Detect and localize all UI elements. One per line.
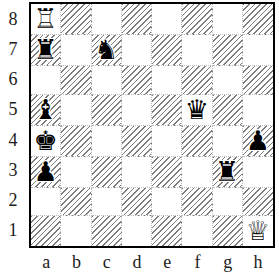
square-c1 — [92, 216, 122, 246]
square-f4 — [182, 126, 212, 157]
square-f1 — [182, 216, 212, 246]
square-g6 — [213, 66, 243, 95]
square-h2 — [243, 188, 273, 217]
square-h6 — [243, 66, 273, 95]
square-g2 — [213, 188, 243, 217]
rank-label-4: 4 — [0, 125, 26, 155]
file-label-e: e — [152, 249, 182, 275]
square-f3 — [182, 157, 212, 188]
square-d1 — [122, 216, 152, 246]
rank-label-1: 1 — [0, 216, 26, 246]
square-a2 — [31, 188, 61, 217]
square-a4: ♚ — [31, 126, 61, 157]
rank-label-7: 7 — [0, 34, 26, 64]
square-b6 — [61, 66, 91, 95]
square-g7 — [213, 35, 243, 66]
chess-diagram: 87654321 ♖♜♞♝♛♚♟♟♜♕ abcdefgh — [0, 0, 279, 279]
square-d5 — [122, 95, 152, 126]
square-e6 — [152, 66, 182, 95]
square-c4 — [92, 126, 122, 157]
square-h8 — [243, 4, 273, 35]
piece-white-rook: ♖ — [34, 4, 58, 34]
file-label-b: b — [61, 249, 91, 275]
rank-label-6: 6 — [0, 65, 26, 95]
square-e2 — [152, 188, 182, 217]
square-a7: ♜ — [31, 35, 61, 66]
square-b5 — [61, 95, 91, 126]
square-b7 — [61, 35, 91, 66]
file-label-d: d — [122, 249, 152, 275]
square-g3: ♜ — [213, 157, 243, 188]
file-labels: abcdefgh — [31, 249, 273, 275]
square-h7 — [243, 35, 273, 66]
square-e4 — [152, 126, 182, 157]
square-d8 — [122, 4, 152, 35]
square-h1: ♕ — [243, 216, 273, 246]
square-c8 — [92, 4, 122, 35]
square-a6 — [31, 66, 61, 95]
piece-black-pawn: ♟ — [246, 126, 270, 156]
square-a8: ♖ — [31, 4, 61, 35]
file-label-a: a — [31, 249, 61, 275]
square-h4: ♟ — [243, 126, 273, 157]
file-label-c: c — [92, 249, 122, 275]
piece-black-knight: ♞ — [94, 35, 118, 65]
square-f7 — [182, 35, 212, 66]
square-a1 — [31, 216, 61, 246]
square-d3 — [122, 157, 152, 188]
piece-black-rook: ♜ — [215, 157, 239, 187]
square-e3 — [152, 157, 182, 188]
square-c3 — [92, 157, 122, 188]
square-e8 — [152, 4, 182, 35]
square-c5 — [92, 95, 122, 126]
square-d4 — [122, 126, 152, 157]
square-b2 — [61, 188, 91, 217]
rank-label-2: 2 — [0, 186, 26, 216]
piece-black-rook: ♜ — [34, 35, 58, 65]
square-g8 — [213, 4, 243, 35]
square-c7: ♞ — [92, 35, 122, 66]
file-label-f: f — [182, 249, 212, 275]
piece-black-bishop: ♝ — [34, 95, 58, 125]
piece-white-queen: ♕ — [246, 216, 270, 246]
square-b3 — [61, 157, 91, 188]
piece-black-king: ♚ — [34, 126, 58, 156]
file-label-h: h — [243, 249, 273, 275]
square-a3: ♟ — [31, 157, 61, 188]
square-h3 — [243, 157, 273, 188]
square-a5: ♝ — [31, 95, 61, 126]
square-f5: ♛ — [182, 95, 212, 126]
square-g5 — [213, 95, 243, 126]
square-d6 — [122, 66, 152, 95]
square-d2 — [122, 188, 152, 217]
square-g1 — [213, 216, 243, 246]
piece-black-pawn: ♟ — [34, 157, 58, 187]
square-b1 — [61, 216, 91, 246]
square-d7 — [122, 35, 152, 66]
square-f2 — [182, 188, 212, 217]
rank-label-3: 3 — [0, 155, 26, 185]
piece-black-queen: ♛ — [185, 95, 209, 125]
square-h5 — [243, 95, 273, 126]
rank-labels: 87654321 — [0, 4, 26, 246]
square-f8 — [182, 4, 212, 35]
square-g4 — [213, 126, 243, 157]
square-e7 — [152, 35, 182, 66]
square-c6 — [92, 66, 122, 95]
square-e5 — [152, 95, 182, 126]
square-e1 — [152, 216, 182, 246]
square-c2 — [92, 188, 122, 217]
file-label-g: g — [213, 249, 243, 275]
rank-label-8: 8 — [0, 4, 26, 34]
rank-label-5: 5 — [0, 95, 26, 125]
square-f6 — [182, 66, 212, 95]
square-b4 — [61, 126, 91, 157]
square-b8 — [61, 4, 91, 35]
chess-board: ♖♜♞♝♛♚♟♟♜♕ — [29, 2, 275, 248]
